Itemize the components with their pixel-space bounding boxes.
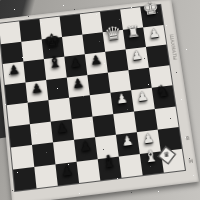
film-grain-light (0, 0, 1, 1)
square-c2[interactable] (53, 140, 77, 164)
square-g7[interactable]: ♜ (123, 27, 146, 49)
board-brand-text: ШАХМАТЫ (169, 34, 179, 60)
square-h6[interactable] (146, 45, 169, 68)
square-e2[interactable] (95, 135, 119, 159)
square-c6[interactable]: ♝ (44, 57, 67, 80)
square-e7[interactable] (82, 32, 105, 54)
square-b7[interactable] (21, 39, 44, 62)
square-g6[interactable]: ♟ (126, 47, 149, 70)
black-pawn: ♟ (69, 56, 82, 70)
border-label-letter: H (189, 158, 194, 164)
square-h7[interactable]: ♟ (143, 25, 166, 47)
square-f8[interactable] (100, 10, 123, 32)
square-f4[interactable]: ♟ (110, 90, 133, 113)
square-b1[interactable] (34, 164, 58, 188)
square-c7[interactable]: ♚ (42, 37, 65, 60)
white-king: ♚ (141, 0, 160, 18)
square-h4[interactable]: ♞ (152, 85, 176, 108)
square-f5[interactable] (108, 70, 131, 93)
black-pawn: ♟ (55, 120, 68, 134)
square-e5[interactable] (87, 72, 110, 95)
square-c4[interactable] (48, 98, 71, 121)
square-c8[interactable] (39, 17, 62, 39)
square-e1[interactable]: ♝ (98, 156, 122, 180)
black-pawn: ♟ (79, 139, 92, 153)
square-b5[interactable]: ♟ (25, 80, 48, 103)
square-d3[interactable] (72, 116, 95, 140)
square-f3[interactable] (113, 111, 137, 135)
border-label-number: 8 (186, 135, 190, 141)
square-a5[interactable] (5, 82, 28, 105)
white-pawn: ♟ (115, 92, 128, 106)
black-pawn: ♟ (89, 54, 102, 68)
square-f2[interactable]: ♟ (116, 132, 140, 156)
black-pawn: ♟ (60, 163, 73, 178)
white-pawn: ♟ (121, 134, 134, 148)
square-c1[interactable]: ♟ (55, 161, 79, 185)
square-e3[interactable] (92, 114, 116, 138)
square-g4[interactable]: ♟ (131, 88, 155, 111)
white-pawn: ♟ (142, 131, 155, 145)
chessboard-frame: ♚♚♛♜♟♟♝♟♟♟♟♟♟♟♞♟♟♟♟♟♝♝ ШАХМАТЫ 8 H ♛ (0, 0, 199, 200)
square-a7[interactable] (1, 41, 24, 64)
square-f7[interactable]: ♛ (103, 29, 126, 51)
square-c5[interactable] (46, 77, 69, 100)
square-d5[interactable]: ♟ (67, 75, 90, 98)
square-c3[interactable]: ♟ (51, 119, 74, 143)
square-a1[interactable] (13, 166, 36, 190)
square-g3[interactable] (134, 109, 158, 133)
square-h8[interactable]: ♚ (140, 5, 163, 27)
square-d2[interactable]: ♟ (74, 137, 98, 161)
square-d6[interactable]: ♟ (64, 54, 87, 77)
square-g5[interactable] (128, 67, 151, 90)
square-b3[interactable] (30, 121, 53, 145)
black-pawn: ♟ (30, 81, 43, 95)
square-b2[interactable] (32, 142, 55, 166)
black-pawn: ♟ (71, 76, 84, 90)
square-a2[interactable] (11, 145, 34, 169)
black-pawn: ♟ (7, 63, 20, 77)
square-d1[interactable] (77, 159, 101, 183)
square-e6[interactable]: ♟ (85, 52, 108, 75)
film-grain-dark (0, 0, 1, 1)
square-e8[interactable] (80, 12, 103, 34)
white-pawn: ♟ (130, 49, 143, 63)
photo-scene: ♚♚♛♜♟♟♝♟♟♟♟♟♟♟♞♟♟♟♟♟♝♝ ШАХМАТЫ 8 H ♛ (0, 0, 200, 200)
square-d7[interactable] (62, 34, 85, 57)
square-h5[interactable] (149, 65, 172, 88)
square-g2[interactable]: ♟ (137, 130, 161, 154)
logo-crown-icon: ♛ (163, 151, 170, 159)
square-b6[interactable] (23, 59, 46, 82)
square-f1[interactable] (119, 154, 143, 178)
square-a4[interactable] (7, 103, 30, 127)
square-a3[interactable] (9, 124, 32, 148)
square-a6[interactable]: ♟ (3, 62, 26, 85)
white-pawn: ♟ (148, 26, 161, 39)
square-h3[interactable] (155, 106, 179, 130)
square-d4[interactable] (69, 95, 92, 118)
square-f6[interactable] (105, 49, 128, 72)
white-pawn: ♟ (136, 90, 149, 104)
square-a8[interactable] (0, 21, 21, 43)
square-h2[interactable] (158, 127, 182, 151)
square-b4[interactable] (28, 100, 51, 123)
square-g8[interactable] (120, 7, 143, 29)
square-d8[interactable] (60, 14, 83, 36)
square-e4[interactable] (90, 93, 113, 116)
square-b8[interactable] (19, 19, 41, 41)
chessboard: ♚♚♛♜♟♟♝♟♟♟♟♟♟♟♞♟♟♟♟♟♝♝ (0, 5, 185, 191)
